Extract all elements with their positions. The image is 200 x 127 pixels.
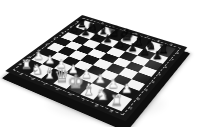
coord-label: 8 [176, 52, 180, 55]
black-pawn-c7[interactable]: ♟ [92, 30, 101, 40]
white-rook-h1[interactable]: ♜ [110, 93, 123, 107]
coord-label: 7 [170, 58, 174, 61]
coord-label: 2 [136, 97, 141, 100]
coord-label: g [94, 103, 99, 107]
coord-label: h [109, 109, 114, 113]
chess-board: abcdefgh abcdefgh 87654321 87654321 ♜♞♝♛… [5, 15, 187, 121]
board-frame: abcdefgh abcdefgh 87654321 87654321 ♜♞♝♛… [5, 15, 187, 121]
coord-label: 4 [44, 43, 48, 45]
white-rook-a1[interactable]: ♜ [21, 58, 32, 70]
coord-label: a [18, 72, 23, 75]
black-pawn-b7[interactable]: ♟ [81, 27, 90, 37]
coord-label: f [81, 98, 85, 101]
coord-label: d [55, 87, 60, 90]
coord-label: g [157, 39, 161, 41]
coord-label: 1 [128, 106, 133, 110]
product-photo: abcdefgh abcdefgh 87654321 87654321 ♜♞♝♛… [0, 0, 200, 127]
coord-label: e [68, 92, 73, 95]
white-knight-g1[interactable]: ♞ [95, 86, 108, 101]
white-pawn-a2[interactable]: ♟ [34, 50, 44, 61]
coord-label: h [169, 43, 173, 45]
coord-label: 5 [157, 73, 161, 76]
black-pawn-a7[interactable]: ♟ [70, 23, 79, 33]
coord-label: 5 [53, 37, 57, 39]
coord-label: 3 [144, 89, 149, 92]
white-bishop-f1[interactable]: ♝ [82, 80, 96, 96]
black-pawn-g7[interactable]: ♟ [140, 46, 150, 57]
black-pawn-e7[interactable]: ♟ [115, 38, 125, 49]
black-pawn-f7[interactable]: ♟ [128, 42, 138, 53]
coord-label: c [42, 82, 47, 85]
coord-label: b [30, 77, 35, 80]
scene: abcdefgh abcdefgh 87654321 87654321 ♜♞♝♛… [0, 0, 200, 127]
white-pawn-g2[interactable]: ♟ [108, 77, 119, 89]
coord-label: 4 [151, 80, 155, 83]
black-pawn-h7[interactable]: ♟ [152, 50, 162, 61]
coord-label: 6 [60, 31, 64, 33]
coord-label: 6 [164, 65, 168, 68]
black-pawn-d7[interactable]: ♟ [103, 34, 112, 44]
